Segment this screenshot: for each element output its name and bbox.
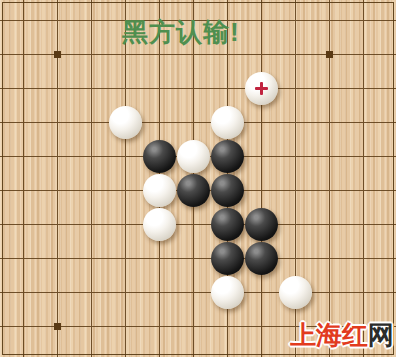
intersection[interactable]	[6, 105, 40, 139]
intersection[interactable]	[278, 71, 312, 105]
intersection[interactable]	[346, 37, 380, 71]
intersection[interactable]	[108, 309, 142, 343]
intersection[interactable]	[74, 207, 108, 241]
intersection[interactable]	[244, 343, 278, 357]
intersection[interactable]	[278, 105, 312, 139]
intersection[interactable]	[210, 173, 244, 207]
white-stone	[109, 106, 142, 139]
intersection[interactable]	[108, 343, 142, 357]
intersection[interactable]	[176, 309, 210, 343]
intersection[interactable]	[40, 3, 74, 37]
intersection[interactable]	[74, 37, 108, 71]
intersection[interactable]	[244, 37, 278, 71]
intersection[interactable]	[210, 207, 244, 241]
intersection[interactable]	[176, 173, 210, 207]
black-stone	[211, 140, 244, 173]
intersection[interactable]	[312, 139, 346, 173]
intersection[interactable]	[74, 241, 108, 275]
intersection[interactable]	[6, 139, 40, 173]
intersection[interactable]	[312, 37, 346, 71]
intersection[interactable]	[74, 309, 108, 343]
intersection[interactable]	[346, 139, 380, 173]
intersection[interactable]	[108, 139, 142, 173]
intersection[interactable]	[108, 71, 142, 105]
intersection[interactable]	[74, 71, 108, 105]
intersection[interactable]	[244, 105, 278, 139]
intersection[interactable]	[142, 207, 176, 241]
intersection[interactable]	[40, 37, 74, 71]
intersection[interactable]	[210, 275, 244, 309]
intersection[interactable]	[142, 309, 176, 343]
intersection[interactable]	[244, 207, 278, 241]
intersection[interactable]	[244, 3, 278, 37]
intersection[interactable]	[142, 275, 176, 309]
intersection[interactable]	[278, 207, 312, 241]
intersection[interactable]	[142, 343, 176, 357]
watermark-red-text: 上海红	[290, 320, 368, 350]
intersection[interactable]	[312, 275, 346, 309]
white-stone	[143, 208, 176, 241]
black-stone	[143, 140, 176, 173]
intersection[interactable]	[346, 105, 380, 139]
intersection[interactable]	[278, 173, 312, 207]
intersection[interactable]	[278, 275, 312, 309]
intersection[interactable]	[176, 71, 210, 105]
intersection[interactable]	[40, 105, 74, 139]
intersection[interactable]	[40, 71, 74, 105]
intersection[interactable]	[6, 3, 40, 37]
intersection[interactable]	[312, 241, 346, 275]
intersection[interactable]	[346, 207, 380, 241]
intersection[interactable]	[142, 139, 176, 173]
intersection[interactable]	[40, 343, 74, 357]
black-stone	[211, 208, 244, 241]
intersection[interactable]	[40, 309, 74, 343]
intersection[interactable]	[346, 3, 380, 37]
resign-banner: 黑方认输!	[122, 19, 240, 46]
intersection[interactable]	[210, 343, 244, 357]
intersection[interactable]	[278, 3, 312, 37]
intersection[interactable]	[312, 207, 346, 241]
white-stone	[279, 276, 312, 309]
intersection[interactable]	[210, 139, 244, 173]
gomoku-board: 黑方认输! 上海红网	[0, 0, 396, 357]
intersection[interactable]	[346, 241, 380, 275]
intersection[interactable]	[210, 71, 244, 105]
intersection[interactable]	[312, 71, 346, 105]
intersection[interactable]	[312, 173, 346, 207]
intersection[interactable]	[278, 139, 312, 173]
white-stone	[211, 276, 244, 309]
white-stone-last-move	[245, 72, 278, 105]
intersection[interactable]	[142, 105, 176, 139]
watermark: 上海红网	[290, 322, 394, 348]
intersection[interactable]	[6, 71, 40, 105]
intersection[interactable]	[6, 309, 40, 343]
intersection[interactable]	[108, 207, 142, 241]
intersection[interactable]	[142, 173, 176, 207]
black-stone	[211, 242, 244, 275]
intersection[interactable]	[278, 241, 312, 275]
intersection[interactable]	[108, 275, 142, 309]
intersection[interactable]	[176, 139, 210, 173]
black-stone	[245, 242, 278, 275]
intersection[interactable]	[6, 241, 40, 275]
intersection[interactable]	[40, 173, 74, 207]
white-stone	[211, 106, 244, 139]
board-grid	[6, 3, 380, 357]
intersection[interactable]	[244, 71, 278, 105]
intersection[interactable]	[6, 343, 40, 357]
intersection[interactable]	[74, 105, 108, 139]
black-stone	[245, 208, 278, 241]
black-stone	[177, 174, 210, 207]
intersection[interactable]	[210, 105, 244, 139]
intersection[interactable]	[74, 343, 108, 357]
intersection[interactable]	[312, 3, 346, 37]
intersection[interactable]	[6, 207, 40, 241]
intersection[interactable]	[40, 207, 74, 241]
intersection[interactable]	[142, 241, 176, 275]
intersection[interactable]	[74, 173, 108, 207]
intersection[interactable]	[176, 207, 210, 241]
intersection[interactable]	[176, 105, 210, 139]
intersection[interactable]	[40, 241, 74, 275]
intersection[interactable]	[176, 241, 210, 275]
intersection[interactable]	[244, 275, 278, 309]
intersection[interactable]	[176, 343, 210, 357]
intersection[interactable]	[244, 241, 278, 275]
intersection[interactable]	[108, 105, 142, 139]
intersection[interactable]	[346, 275, 380, 309]
intersection[interactable]	[346, 71, 380, 105]
intersection[interactable]	[74, 3, 108, 37]
intersection[interactable]	[108, 173, 142, 207]
intersection[interactable]	[108, 241, 142, 275]
white-stone	[177, 140, 210, 173]
intersection[interactable]	[244, 309, 278, 343]
intersection[interactable]	[40, 139, 74, 173]
white-stone	[143, 174, 176, 207]
black-stone	[211, 174, 244, 207]
watermark-dark-text: 网	[368, 320, 394, 350]
intersection[interactable]	[74, 139, 108, 173]
intersection[interactable]	[244, 173, 278, 207]
intersection[interactable]	[244, 139, 278, 173]
intersection[interactable]	[210, 309, 244, 343]
intersection[interactable]	[312, 105, 346, 139]
intersection[interactable]	[210, 241, 244, 275]
intersection[interactable]	[6, 173, 40, 207]
intersection[interactable]	[6, 275, 40, 309]
intersection[interactable]	[6, 37, 40, 71]
intersection[interactable]	[74, 275, 108, 309]
intersection[interactable]	[346, 173, 380, 207]
intersection[interactable]	[278, 37, 312, 71]
intersection[interactable]	[142, 71, 176, 105]
intersection[interactable]	[40, 275, 74, 309]
intersection[interactable]	[176, 275, 210, 309]
